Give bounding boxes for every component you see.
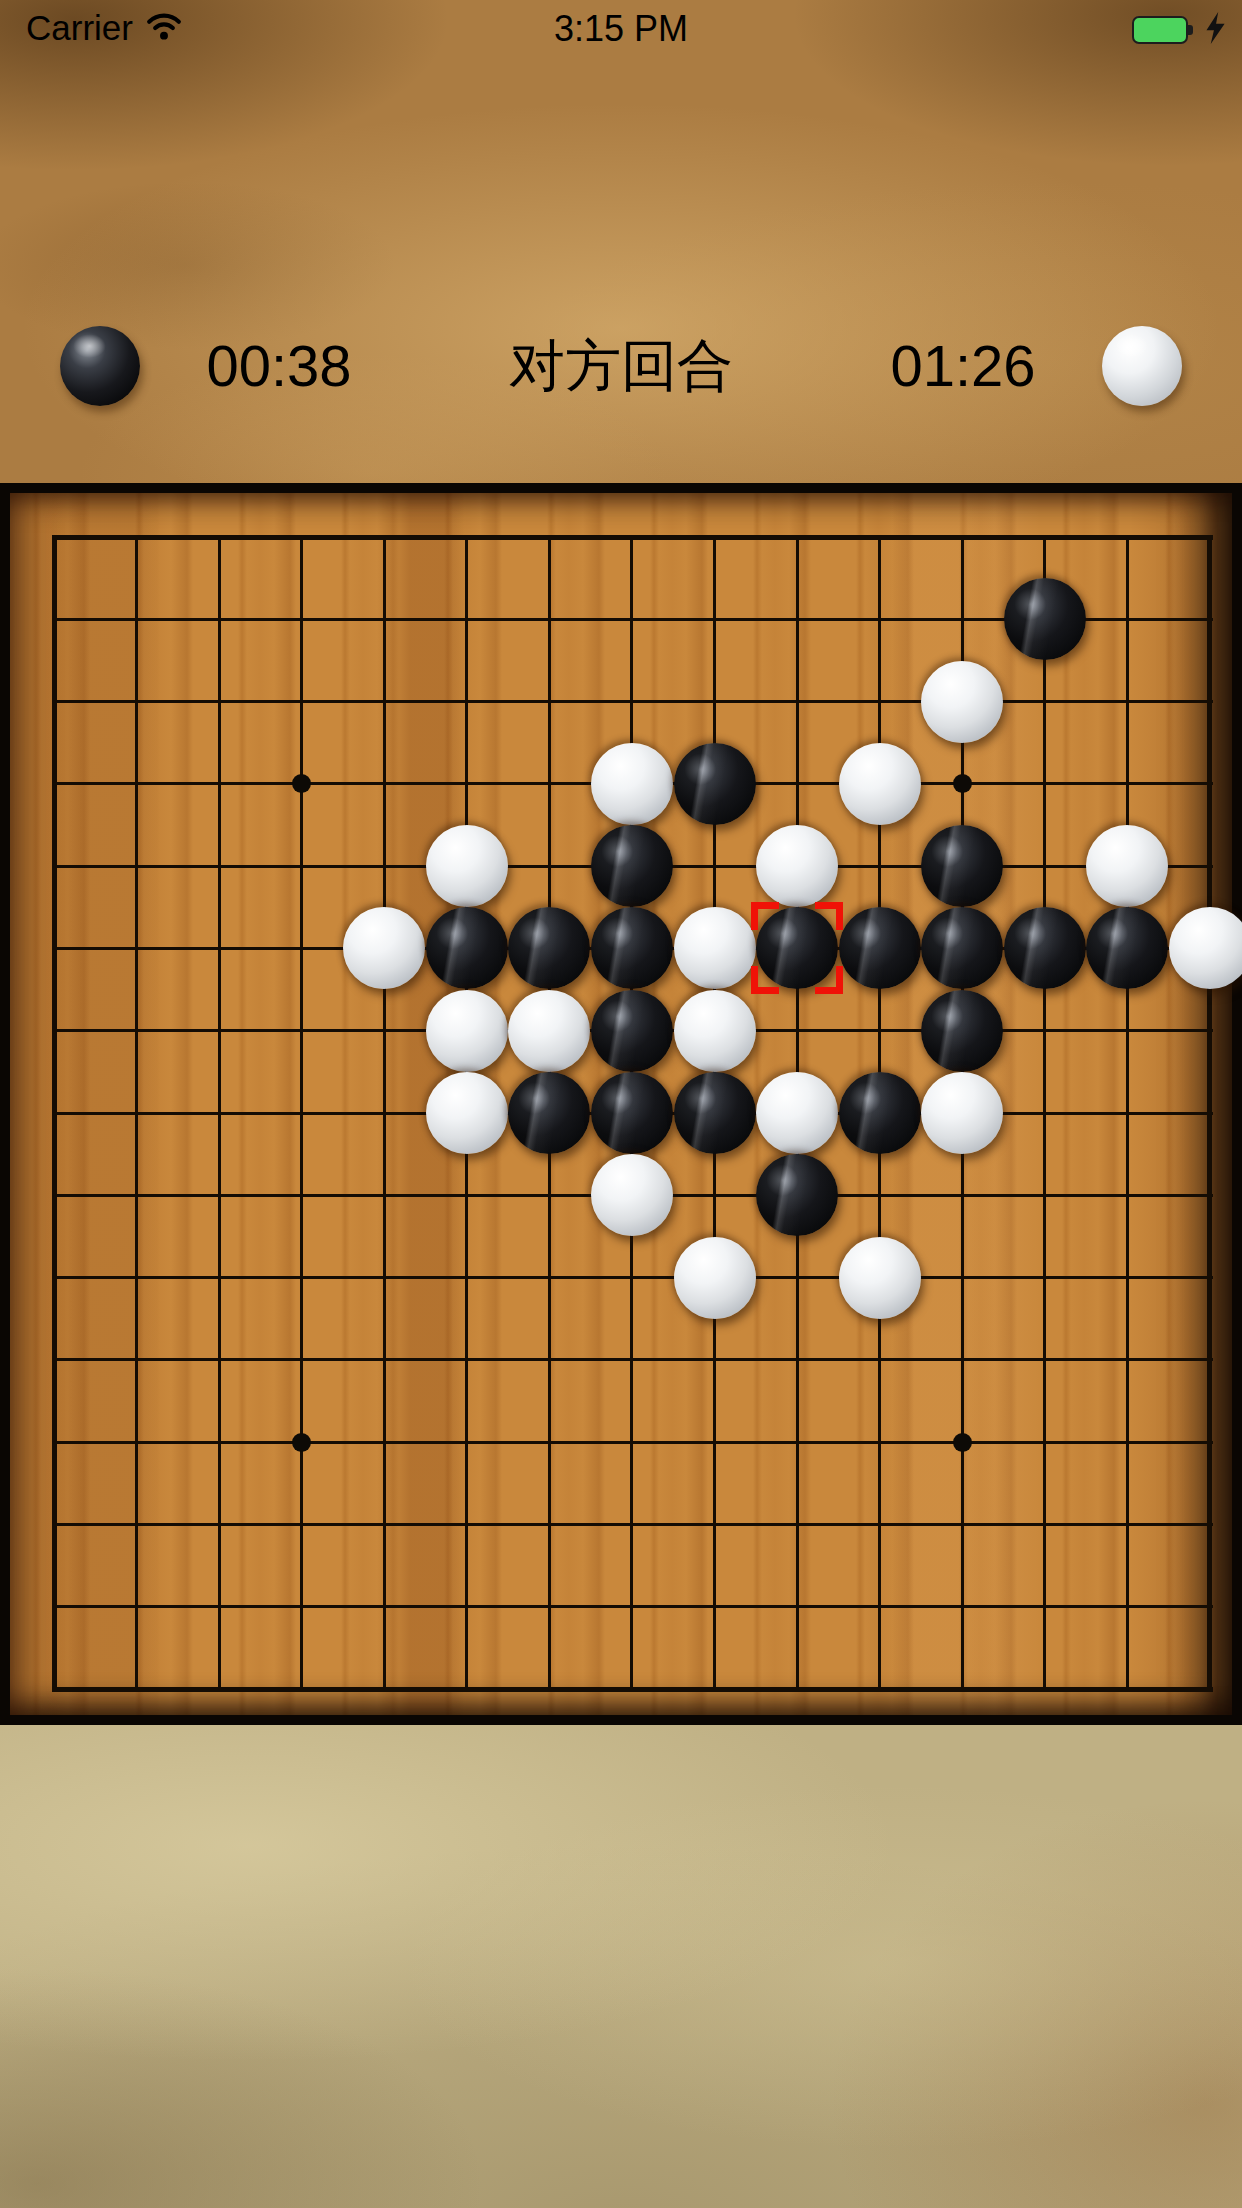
stone-black xyxy=(508,907,590,989)
stone-white xyxy=(591,743,673,825)
stone-black xyxy=(1004,907,1086,989)
white-timer: 01:26 xyxy=(890,334,1035,398)
stone-gloss xyxy=(73,334,107,358)
grid-line-h xyxy=(52,1687,1213,1692)
grid-line-h xyxy=(52,1605,1213,1608)
star-point xyxy=(953,774,972,793)
last-move-marker xyxy=(751,902,843,994)
black-player-stone-icon xyxy=(60,326,140,406)
stone-white xyxy=(343,907,425,989)
stone-white xyxy=(921,661,1003,743)
stone-white xyxy=(426,825,508,907)
stone-white xyxy=(508,990,590,1072)
grid-line-v xyxy=(1126,535,1129,1692)
turn-indicator-label: 对方回合 xyxy=(509,334,733,398)
stone-black xyxy=(674,743,756,825)
timer-row: 00:38 对方回合 01:26 xyxy=(0,0,1242,483)
stone-black xyxy=(921,825,1003,907)
stone-white xyxy=(426,1072,508,1154)
stone-white xyxy=(674,907,756,989)
stone-white xyxy=(674,1237,756,1319)
stone-black xyxy=(839,1072,921,1154)
stone-black xyxy=(1004,578,1086,660)
white-player-stone-icon xyxy=(1102,326,1182,406)
stone-white xyxy=(756,825,838,907)
stone-white xyxy=(674,990,756,1072)
stone-gloss xyxy=(1115,334,1149,358)
stone-white xyxy=(426,990,508,1072)
stone-white xyxy=(839,743,921,825)
stone-white xyxy=(839,1237,921,1319)
stone-white xyxy=(756,1072,838,1154)
stone-black xyxy=(591,1072,673,1154)
board[interactable] xyxy=(0,483,1242,1725)
star-point xyxy=(953,1433,972,1452)
grid-line-h xyxy=(52,1523,1213,1526)
stone-white xyxy=(1086,825,1168,907)
stone-black xyxy=(426,907,508,989)
stone-black xyxy=(756,1154,838,1236)
stone-white xyxy=(1169,907,1242,989)
stone-black xyxy=(508,1072,590,1154)
bottom-button-bar: 重开 悔棋 返回 xyxy=(0,1725,1242,2208)
star-point xyxy=(292,774,311,793)
grid-line-h xyxy=(52,1358,1213,1361)
grid-line-h xyxy=(52,1441,1213,1444)
stone-black xyxy=(674,1072,756,1154)
stone-black xyxy=(921,990,1003,1072)
stone-black xyxy=(839,907,921,989)
stone-black xyxy=(1086,907,1168,989)
stone-black xyxy=(921,907,1003,989)
grid-line-v xyxy=(1043,535,1046,1692)
stone-white xyxy=(591,1154,673,1236)
stone-black xyxy=(591,907,673,989)
stone-black xyxy=(591,990,673,1072)
black-timer: 00:38 xyxy=(206,334,351,398)
stone-black xyxy=(591,825,673,907)
star-point xyxy=(292,1433,311,1452)
stone-white xyxy=(921,1072,1003,1154)
grid-line-v xyxy=(1207,535,1212,1692)
grid-line-h xyxy=(52,1276,1213,1279)
